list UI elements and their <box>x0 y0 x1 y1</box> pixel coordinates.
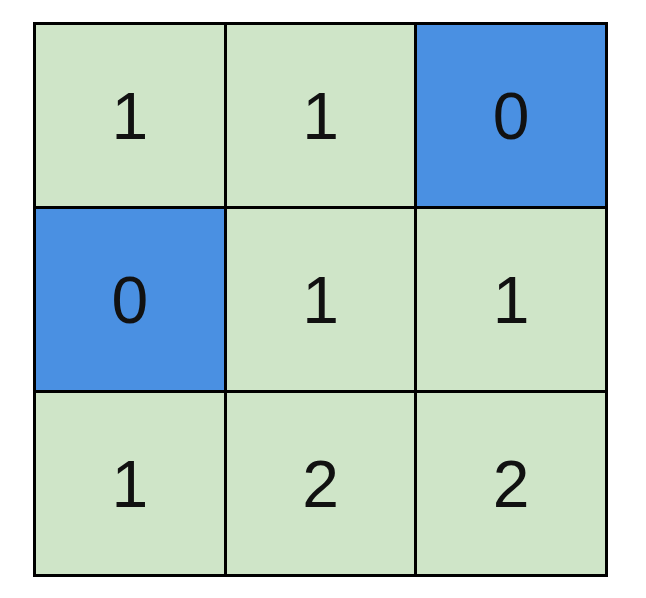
cell-value-r0c2: 0 <box>493 83 530 149</box>
cell-value-r1c1: 1 <box>302 267 339 333</box>
cell-r1c1[interactable]: 1 <box>227 209 415 390</box>
cell-value-r2c1: 2 <box>302 451 339 517</box>
cell-r0c2[interactable]: 0 <box>417 25 605 206</box>
screenshot-canvas: 1 1 0 0 1 1 1 2 2 <box>0 0 646 598</box>
cell-r2c0[interactable]: 1 <box>36 393 224 574</box>
cell-r2c2[interactable]: 2 <box>417 393 605 574</box>
cell-value-r0c1: 1 <box>302 83 339 149</box>
cell-value-r1c0: 0 <box>111 267 148 333</box>
cell-r1c2[interactable]: 1 <box>417 209 605 390</box>
cell-r2c1[interactable]: 2 <box>227 393 415 574</box>
cell-r1c0[interactable]: 0 <box>36 209 224 390</box>
cell-r0c1[interactable]: 1 <box>227 25 415 206</box>
cell-value-r2c0: 1 <box>111 451 148 517</box>
puzzle-grid: 1 1 0 0 1 1 1 2 2 <box>33 22 608 577</box>
cell-value-r2c2: 2 <box>493 451 530 517</box>
cell-r0c0[interactable]: 1 <box>36 25 224 206</box>
cell-value-r1c2: 1 <box>493 267 530 333</box>
cell-value-r0c0: 1 <box>111 83 148 149</box>
